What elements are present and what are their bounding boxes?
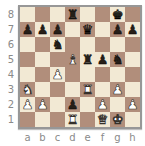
square-e6[interactable] [80, 37, 95, 52]
square-d8[interactable]: ♜ [65, 7, 80, 22]
rank-label-2: 2 [2, 97, 18, 112]
white-pawn-g3[interactable]: ♟ [112, 82, 124, 97]
square-b8[interactable] [35, 7, 50, 22]
square-c1[interactable] [50, 112, 65, 127]
square-e3[interactable]: ♜ [80, 82, 95, 97]
square-g6[interactable] [110, 37, 125, 52]
chess-board: ♜♚♟♟♟♛♟♟♞♝♜♟♞♟♞♜♟♟♟♟♟♟♜♛♚ [18, 5, 142, 129]
square-e2[interactable] [80, 97, 95, 112]
label-gutter [2, 129, 20, 146]
rank-label-5: 5 [2, 52, 18, 67]
square-g7[interactable]: ♟ [110, 22, 125, 37]
square-f2[interactable]: ♟ [95, 97, 110, 112]
square-h5[interactable] [125, 52, 140, 67]
black-knight-g5[interactable]: ♞ [112, 52, 124, 67]
square-d6[interactable] [65, 37, 80, 52]
square-a2[interactable]: ♟ [20, 97, 35, 112]
square-f3[interactable] [95, 82, 110, 97]
square-a3[interactable]: ♞ [20, 82, 35, 97]
black-queen-e7[interactable]: ♛ [82, 22, 94, 37]
white-pawn-b2[interactable]: ♟ [37, 97, 49, 112]
rank-label-4: 4 [2, 67, 18, 82]
square-d2[interactable]: ♟ [65, 97, 80, 112]
square-g2[interactable] [110, 97, 125, 112]
square-b1[interactable] [35, 112, 50, 127]
white-queen-f1[interactable]: ♛ [97, 112, 109, 127]
square-b7[interactable]: ♟ [35, 22, 50, 37]
square-c4[interactable]: ♟ [50, 67, 65, 82]
black-king-g8[interactable]: ♚ [112, 7, 124, 22]
square-c8[interactable] [50, 7, 65, 22]
square-d7[interactable] [65, 22, 80, 37]
white-rook-d1[interactable]: ♜ [67, 112, 79, 127]
square-c5[interactable] [50, 52, 65, 67]
square-c2[interactable] [50, 97, 65, 112]
rank-label-3: 3 [2, 82, 18, 97]
square-h6[interactable] [125, 37, 140, 52]
square-b4[interactable] [35, 67, 50, 82]
file-label-d: d [65, 132, 80, 143]
black-pawn-g7[interactable]: ♟ [112, 22, 124, 37]
square-h4[interactable] [125, 67, 140, 82]
rank-labels: 87654321 [2, 5, 18, 127]
square-h1[interactable] [125, 112, 140, 127]
square-a7[interactable]: ♟ [20, 22, 35, 37]
black-rook-d8[interactable]: ♜ [67, 7, 79, 22]
white-pawn-h2[interactable]: ♟ [127, 97, 139, 112]
file-label-c: c [50, 132, 65, 143]
square-h7[interactable]: ♟ [125, 22, 140, 37]
square-c6[interactable]: ♞ [50, 37, 65, 52]
rank-label-7: 7 [2, 22, 18, 37]
square-b6[interactable] [35, 37, 50, 52]
square-g1[interactable]: ♚ [110, 112, 125, 127]
square-e4[interactable] [80, 67, 95, 82]
black-pawn-b7[interactable]: ♟ [37, 22, 49, 37]
file-labels-row: abcdefgh [2, 129, 145, 146]
square-g3[interactable]: ♟ [110, 82, 125, 97]
square-f6[interactable] [95, 37, 110, 52]
white-bishop-d5[interactable]: ♝ [67, 52, 79, 67]
square-a1[interactable] [20, 112, 35, 127]
square-h3[interactable] [125, 82, 140, 97]
white-pawn-c4[interactable]: ♟ [52, 67, 64, 82]
file-labels: abcdefgh [20, 129, 140, 146]
file-label-h: h [125, 132, 140, 143]
black-pawn-h7[interactable]: ♟ [127, 22, 139, 37]
white-pawn-a2[interactable]: ♟ [22, 97, 34, 112]
file-label-f: f [95, 132, 110, 143]
square-c3[interactable] [50, 82, 65, 97]
square-a6[interactable] [20, 37, 35, 52]
square-b2[interactable]: ♟ [35, 97, 50, 112]
square-b5[interactable] [35, 52, 50, 67]
square-f8[interactable] [95, 7, 110, 22]
square-h2[interactable]: ♟ [125, 97, 140, 112]
board-with-rank-labels: 87654321 ♜♚♟♟♟♛♟♟♞♝♜♟♞♟♞♜♟♟♟♟♟♟♜♛♚ [2, 5, 145, 129]
square-e1[interactable] [80, 112, 95, 127]
square-f7[interactable] [95, 22, 110, 37]
square-g4[interactable] [110, 67, 125, 82]
chess-diagram: 87654321 ♜♚♟♟♟♛♟♟♞♝♜♟♞♟♞♜♟♟♟♟♟♟♜♛♚ abcde… [0, 0, 145, 146]
white-knight-a3[interactable]: ♞ [22, 82, 34, 97]
white-pawn-f2[interactable]: ♟ [97, 97, 109, 112]
file-label-e: e [80, 132, 95, 143]
square-b3[interactable] [35, 82, 50, 97]
square-e8[interactable] [80, 7, 95, 22]
square-f1[interactable]: ♛ [95, 112, 110, 127]
square-f4[interactable] [95, 67, 110, 82]
black-pawn-d2[interactable]: ♟ [67, 97, 79, 112]
square-f5[interactable]: ♟ [95, 52, 110, 67]
square-a5[interactable] [20, 52, 35, 67]
square-a8[interactable] [20, 7, 35, 22]
black-pawn-a7[interactable]: ♟ [22, 22, 34, 37]
square-h8[interactable] [125, 7, 140, 22]
square-d5[interactable]: ♝ [65, 52, 80, 67]
file-label-a: a [20, 132, 35, 143]
rank-label-8: 8 [2, 7, 18, 22]
square-g5[interactable]: ♞ [110, 52, 125, 67]
black-rook-e5[interactable]: ♜ [82, 52, 94, 67]
square-a4[interactable] [20, 67, 35, 82]
square-e7[interactable]: ♛ [80, 22, 95, 37]
square-d1[interactable]: ♜ [65, 112, 80, 127]
file-label-g: g [110, 132, 125, 143]
square-c7[interactable]: ♟ [50, 22, 65, 37]
file-label-b: b [35, 132, 50, 143]
square-e5[interactable]: ♜ [80, 52, 95, 67]
white-rook-e3[interactable]: ♜ [82, 82, 94, 97]
rank-label-6: 6 [2, 37, 18, 52]
white-king-g1[interactable]: ♚ [112, 112, 124, 127]
square-g8[interactable]: ♚ [110, 7, 125, 22]
square-d4[interactable] [65, 67, 80, 82]
black-pawn-c7[interactable]: ♟ [52, 22, 64, 37]
black-knight-c6[interactable]: ♞ [52, 37, 64, 52]
black-pawn-f5[interactable]: ♟ [97, 52, 109, 67]
square-d3[interactable] [65, 82, 80, 97]
rank-label-1: 1 [2, 112, 18, 127]
